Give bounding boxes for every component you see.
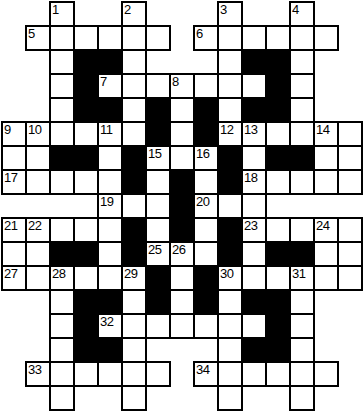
white-cell-r3c2[interactable] (50, 74, 74, 98)
white-cell-r15c2[interactable] (50, 362, 74, 386)
white-cell-r5c7[interactable] (170, 122, 194, 146)
clue-number-24: 24 (316, 219, 329, 233)
void (242, 386, 266, 410)
void (26, 290, 50, 314)
void (26, 2, 50, 26)
white-cell-r9c8[interactable] (194, 218, 218, 242)
void (2, 314, 26, 338)
white-cell-r9c2[interactable] (50, 218, 74, 242)
white-cell-r10c1[interactable] (26, 242, 50, 266)
clue-number-28: 28 (52, 267, 65, 281)
void (170, 362, 194, 386)
white-cell-r3c5[interactable] (122, 74, 146, 98)
clue-number-31: 31 (292, 267, 305, 281)
white-cell-r2c12[interactable] (290, 50, 314, 74)
white-cell-r14c9[interactable] (218, 338, 242, 362)
white-cell-r3c7[interactable]: 8 (170, 74, 194, 98)
white-cell-r9c1[interactable]: 22 (26, 218, 50, 242)
void (338, 194, 362, 218)
void (146, 2, 170, 26)
white-cell-r1c8[interactable]: 6 (194, 26, 218, 50)
black-cell-r14c11 (266, 338, 290, 362)
clue-number-19: 19 (100, 195, 113, 209)
white-cell-r12c7[interactable] (170, 290, 194, 314)
white-cell-r1c11[interactable] (266, 26, 290, 50)
white-cell-r1c12[interactable] (290, 26, 314, 50)
white-cell-r12c12[interactable] (290, 290, 314, 314)
white-cell-r15c3[interactable] (74, 362, 98, 386)
void (2, 290, 26, 314)
white-cell-r9c12[interactable] (290, 218, 314, 242)
black-cell-r14c4 (98, 338, 122, 362)
white-cell-r11c1[interactable] (26, 266, 50, 290)
white-cell-r4c7[interactable] (170, 98, 194, 122)
white-cell-r13c6[interactable] (146, 314, 170, 338)
void (314, 2, 338, 26)
black-cell-r4c4 (98, 98, 122, 122)
white-cell-r13c8[interactable] (194, 314, 218, 338)
clue-number-11: 11 (100, 123, 113, 137)
black-cell-r2c4 (98, 50, 122, 74)
white-cell-r3c9[interactable] (218, 74, 242, 98)
white-cell-r9c10[interactable]: 23 (242, 218, 266, 242)
white-cell-r11c9[interactable]: 30 (218, 266, 242, 290)
white-cell-r8c6[interactable] (146, 194, 170, 218)
white-cell-r6c6[interactable]: 15 (146, 146, 170, 170)
white-cell-r11c4[interactable] (98, 266, 122, 290)
white-cell-r10c10[interactable] (242, 242, 266, 266)
black-cell-r12c6 (146, 290, 170, 314)
void (338, 386, 362, 410)
void (2, 386, 26, 410)
clue-number-14: 14 (316, 123, 329, 137)
white-cell-r4c5[interactable] (122, 98, 146, 122)
black-cell-r9c7 (170, 218, 194, 242)
white-cell-r5c0[interactable]: 9 (2, 122, 26, 146)
void (338, 26, 362, 50)
white-cell-r15c5[interactable] (122, 362, 146, 386)
void (146, 338, 170, 362)
white-cell-r1c6[interactable] (146, 26, 170, 50)
black-cell-r4c6 (146, 98, 170, 122)
white-cell-r13c5[interactable] (122, 314, 146, 338)
white-cell-r2c9[interactable] (218, 50, 242, 74)
void (314, 338, 338, 362)
white-cell-r6c14[interactable] (338, 146, 362, 170)
white-cell-r10c8[interactable] (194, 242, 218, 266)
void (26, 314, 50, 338)
white-cell-r7c14[interactable] (338, 170, 362, 194)
white-cell-r7c13[interactable] (314, 170, 338, 194)
white-cell-r5c5[interactable] (122, 122, 146, 146)
white-cell-r10c14[interactable] (338, 242, 362, 266)
void (314, 314, 338, 338)
black-cell-r8c7 (170, 194, 194, 218)
clue-number-2: 2 (124, 3, 131, 17)
black-cell-r4c3 (74, 98, 98, 122)
void (242, 2, 266, 26)
void (74, 386, 98, 410)
white-cell-r12c2[interactable] (50, 290, 74, 314)
white-cell-r11c0[interactable]: 27 (2, 266, 26, 290)
white-cell-r13c12[interactable] (290, 314, 314, 338)
clue-number-13: 13 (244, 123, 257, 137)
void (194, 2, 218, 26)
clue-number-17: 17 (4, 171, 17, 185)
white-cell-r15c12[interactable] (290, 362, 314, 386)
white-cell-r3c12[interactable] (290, 74, 314, 98)
white-cell-r15c10[interactable] (242, 362, 266, 386)
white-cell-r3c10[interactable] (242, 74, 266, 98)
white-cell-r11c13[interactable] (314, 266, 338, 290)
white-cell-r11c11[interactable] (266, 266, 290, 290)
white-cell-r11c5[interactable]: 29 (122, 266, 146, 290)
white-cell-r8c9[interactable] (218, 194, 242, 218)
black-cell-r12c4 (98, 290, 122, 314)
white-cell-r6c0[interactable] (2, 146, 26, 170)
void (2, 98, 26, 122)
black-cell-r4c11 (266, 98, 290, 122)
white-cell-r11c12[interactable]: 31 (290, 266, 314, 290)
clue-number-18: 18 (244, 171, 257, 185)
white-cell-r13c7[interactable] (170, 314, 194, 338)
black-cell-r10c3 (74, 242, 98, 266)
clue-number-1: 1 (52, 3, 59, 17)
white-cell-r2c2[interactable] (50, 50, 74, 74)
black-cell-r12c3 (74, 290, 98, 314)
black-cell-r5c6 (146, 122, 170, 146)
white-cell-r6c8[interactable]: 16 (194, 146, 218, 170)
black-cell-r10c9 (218, 242, 242, 266)
white-cell-r15c11[interactable] (266, 362, 290, 386)
black-cell-r14c10 (242, 338, 266, 362)
black-cell-r10c5 (122, 242, 146, 266)
white-cell-r7c6[interactable] (146, 170, 170, 194)
void (98, 2, 122, 26)
white-cell-r8c10[interactable] (242, 194, 266, 218)
white-cell-r7c11[interactable] (266, 170, 290, 194)
void (338, 98, 362, 122)
white-cell-r11c2[interactable]: 28 (50, 266, 74, 290)
black-cell-r9c5 (122, 218, 146, 242)
black-cell-r7c5 (122, 170, 146, 194)
clue-number-3: 3 (220, 3, 227, 17)
white-cell-r6c1[interactable] (26, 146, 50, 170)
void (146, 386, 170, 410)
white-cell-r0c2[interactable]: 1 (50, 2, 74, 26)
white-cell-r1c3[interactable] (74, 26, 98, 50)
crossword-page: 1234567891011121314151617181920212223242… (0, 0, 364, 412)
void (290, 194, 314, 218)
white-cell-r2c5[interactable] (122, 50, 146, 74)
black-cell-r10c12 (290, 242, 314, 266)
void (26, 194, 50, 218)
white-cell-r5c13[interactable]: 14 (314, 122, 338, 146)
clue-number-15: 15 (148, 147, 161, 161)
white-cell-r0c9[interactable]: 3 (218, 2, 242, 26)
white-cell-r7c0[interactable]: 17 (2, 170, 26, 194)
void (314, 74, 338, 98)
white-cell-r7c1[interactable] (26, 170, 50, 194)
black-cell-r2c10 (242, 50, 266, 74)
black-cell-r6c9 (218, 146, 242, 170)
white-cell-r10c4[interactable] (98, 242, 122, 266)
void (98, 386, 122, 410)
white-cell-r10c6[interactable]: 25 (146, 242, 170, 266)
black-cell-r11c8 (194, 266, 218, 290)
white-cell-r9c0[interactable]: 21 (2, 218, 26, 242)
void (26, 50, 50, 74)
white-cell-r12c5[interactable] (122, 290, 146, 314)
void (314, 98, 338, 122)
white-cell-r8c8[interactable]: 20 (194, 194, 218, 218)
clue-number-6: 6 (196, 27, 203, 41)
black-cell-r7c7 (170, 170, 194, 194)
clue-number-9: 9 (4, 123, 11, 137)
clue-number-4: 4 (292, 3, 299, 17)
void (2, 74, 26, 98)
void (266, 194, 290, 218)
white-cell-r6c4[interactable] (98, 146, 122, 170)
clue-number-10: 10 (28, 123, 41, 137)
white-cell-r15c8[interactable]: 34 (194, 362, 218, 386)
clue-number-23: 23 (244, 219, 257, 233)
black-cell-r4c10 (242, 98, 266, 122)
white-cell-r1c5[interactable] (122, 26, 146, 50)
white-cell-r13c4[interactable]: 32 (98, 314, 122, 338)
void (266, 386, 290, 410)
clue-number-26: 26 (172, 243, 185, 257)
white-cell-r10c7[interactable]: 26 (170, 242, 194, 266)
void (2, 194, 26, 218)
black-cell-r5c8 (194, 122, 218, 146)
white-cell-r15c9[interactable] (218, 362, 242, 386)
clue-number-33: 33 (28, 363, 41, 377)
white-cell-r13c2[interactable] (50, 314, 74, 338)
black-cell-r13c3 (74, 314, 98, 338)
void (2, 50, 26, 74)
black-cell-r6c12 (290, 146, 314, 170)
black-cell-r12c8 (194, 290, 218, 314)
void (266, 2, 290, 26)
void (146, 50, 170, 74)
white-cell-r11c3[interactable] (74, 266, 98, 290)
white-cell-r12c9[interactable] (218, 290, 242, 314)
clue-number-5: 5 (28, 27, 35, 41)
void (338, 338, 362, 362)
white-cell-r5c10[interactable]: 13 (242, 122, 266, 146)
void (2, 338, 26, 362)
white-cell-r1c2[interactable] (50, 26, 74, 50)
void (194, 386, 218, 410)
void (170, 26, 194, 50)
white-cell-r0c5[interactable]: 2 (122, 2, 146, 26)
white-cell-r6c10[interactable] (242, 146, 266, 170)
white-cell-r7c12[interactable] (290, 170, 314, 194)
white-cell-r9c14[interactable] (338, 218, 362, 242)
black-cell-r10c2 (50, 242, 74, 266)
white-cell-r8c4[interactable]: 19 (98, 194, 122, 218)
black-cell-r2c3 (74, 50, 98, 74)
white-cell-r9c3[interactable] (74, 218, 98, 242)
void (338, 2, 362, 26)
void (74, 2, 98, 26)
void (2, 26, 26, 50)
white-cell-r5c11[interactable] (266, 122, 290, 146)
void (338, 290, 362, 314)
white-cell-r0c12[interactable]: 4 (290, 2, 314, 26)
white-cell-r9c4[interactable] (98, 218, 122, 242)
white-cell-r14c2[interactable] (50, 338, 74, 362)
white-cell-r16c9[interactable] (218, 386, 242, 410)
void (338, 74, 362, 98)
void (194, 338, 218, 362)
black-cell-r11c6 (146, 266, 170, 290)
white-cell-r7c2[interactable] (50, 170, 74, 194)
white-cell-r10c13[interactable] (314, 242, 338, 266)
void (314, 194, 338, 218)
white-cell-r16c2[interactable] (50, 386, 74, 410)
white-cell-r1c4[interactable] (98, 26, 122, 50)
void (2, 2, 26, 26)
void (338, 314, 362, 338)
black-cell-r10c11 (266, 242, 290, 266)
black-cell-r6c2 (50, 146, 74, 170)
white-cell-r4c12[interactable] (290, 98, 314, 122)
void (314, 290, 338, 314)
white-cell-r5c2[interactable] (50, 122, 74, 146)
void (170, 50, 194, 74)
black-cell-r13c11 (266, 314, 290, 338)
clue-number-21: 21 (4, 219, 17, 233)
void (170, 386, 194, 410)
clue-number-29: 29 (124, 267, 137, 281)
clue-number-32: 32 (100, 315, 113, 329)
void (2, 362, 26, 386)
void (26, 338, 50, 362)
white-cell-r4c9[interactable] (218, 98, 242, 122)
void (314, 50, 338, 74)
white-cell-r11c10[interactable] (242, 266, 266, 290)
white-cell-r5c1[interactable]: 10 (26, 122, 50, 146)
white-cell-r7c4[interactable] (98, 170, 122, 194)
black-cell-r12c10 (242, 290, 266, 314)
white-cell-r5c3[interactable] (74, 122, 98, 146)
white-cell-r9c6[interactable] (146, 218, 170, 242)
white-cell-r3c4[interactable]: 7 (98, 74, 122, 98)
white-cell-r1c13[interactable] (314, 26, 338, 50)
clue-number-12: 12 (220, 123, 233, 137)
clue-number-27: 27 (4, 267, 17, 281)
white-cell-r5c12[interactable] (290, 122, 314, 146)
white-cell-r7c10[interactable]: 18 (242, 170, 266, 194)
white-cell-r14c12[interactable] (290, 338, 314, 362)
clue-number-30: 30 (220, 267, 233, 281)
black-cell-r6c3 (74, 146, 98, 170)
white-cell-r15c1[interactable]: 33 (26, 362, 50, 386)
black-cell-r4c8 (194, 98, 218, 122)
black-cell-r12c11 (266, 290, 290, 314)
clue-number-22: 22 (28, 219, 41, 233)
void (74, 194, 98, 218)
void (338, 362, 362, 386)
white-cell-r5c9[interactable]: 12 (218, 122, 242, 146)
white-cell-r9c11[interactable] (266, 218, 290, 242)
white-cell-r6c13[interactable] (314, 146, 338, 170)
white-cell-r16c12[interactable] (290, 386, 314, 410)
white-cell-r9c13[interactable]: 24 (314, 218, 338, 242)
white-cell-r1c9[interactable] (218, 26, 242, 50)
black-cell-r9c9 (218, 218, 242, 242)
void (314, 386, 338, 410)
black-cell-r6c11 (266, 146, 290, 170)
crossword-board: 1234567891011121314151617181920212223242… (2, 2, 362, 410)
white-cell-r15c6[interactable] (146, 362, 170, 386)
void (194, 50, 218, 74)
void (26, 386, 50, 410)
clue-number-20: 20 (196, 195, 209, 209)
white-cell-r11c7[interactable] (170, 266, 194, 290)
clue-number-34: 34 (196, 363, 209, 377)
black-cell-r6c5 (122, 146, 146, 170)
void (26, 74, 50, 98)
white-cell-r7c3[interactable] (74, 170, 98, 194)
white-cell-r5c14[interactable] (338, 122, 362, 146)
white-cell-r5c4[interactable]: 11 (98, 122, 122, 146)
white-cell-r8c5[interactable] (122, 194, 146, 218)
white-cell-r10c0[interactable] (2, 242, 26, 266)
black-cell-r7c9 (218, 170, 242, 194)
white-cell-r6c7[interactable] (170, 146, 194, 170)
white-cell-r11c14[interactable] (338, 266, 362, 290)
white-cell-r1c10[interactable] (242, 26, 266, 50)
black-cell-r14c3 (74, 338, 98, 362)
clue-number-16: 16 (196, 147, 209, 161)
white-cell-r13c10[interactable] (242, 314, 266, 338)
void (50, 194, 74, 218)
white-cell-r7c8[interactable] (194, 170, 218, 194)
black-cell-r2c11 (266, 50, 290, 74)
void (170, 338, 194, 362)
void (170, 2, 194, 26)
white-cell-r16c5[interactable] (122, 386, 146, 410)
white-cell-r15c13[interactable] (314, 362, 338, 386)
white-cell-r3c8[interactable] (194, 74, 218, 98)
white-cell-r4c2[interactable] (50, 98, 74, 122)
white-cell-r14c5[interactable] (122, 338, 146, 362)
clue-number-7: 7 (100, 75, 107, 89)
white-cell-r3c6[interactable] (146, 74, 170, 98)
void (338, 50, 362, 74)
black-cell-r3c11 (266, 74, 290, 98)
clue-number-8: 8 (172, 75, 179, 89)
clue-number-25: 25 (148, 243, 161, 257)
white-cell-r1c1[interactable]: 5 (26, 26, 50, 50)
white-cell-r13c9[interactable] (218, 314, 242, 338)
black-cell-r3c3 (74, 74, 98, 98)
void (26, 98, 50, 122)
white-cell-r15c4[interactable] (98, 362, 122, 386)
